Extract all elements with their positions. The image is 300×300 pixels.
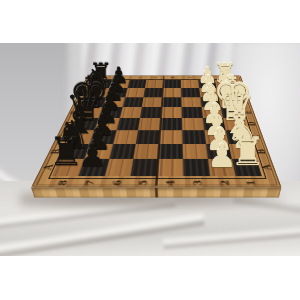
photo-area: 87654321 87654321 ABCDEFGH ABCDEFGH ♜♟♟♜… <box>0 43 300 256</box>
label-rank-5: 5 <box>151 74 159 82</box>
square-b3 <box>182 144 207 159</box>
square-f3 <box>181 97 201 107</box>
square-f2 <box>200 97 221 107</box>
square-g6 <box>125 88 145 97</box>
label-rank-6: 6 <box>134 74 143 82</box>
square-b2 <box>206 144 233 159</box>
square-d2 <box>203 118 226 130</box>
square-c5 <box>136 130 160 144</box>
square-f4 <box>162 97 182 107</box>
square-d4 <box>160 118 182 130</box>
square-g2 <box>199 88 219 97</box>
square-a2 <box>207 159 235 176</box>
square-d6 <box>116 118 140 130</box>
label-rank-3: 3 <box>185 74 193 82</box>
label-file-h: H <box>78 82 98 87</box>
label-rank-1: 1 <box>218 74 227 82</box>
square-c2 <box>204 130 229 144</box>
square-f6 <box>122 97 143 107</box>
label-file-f: F <box>68 99 90 105</box>
square-a6 <box>104 159 133 176</box>
chess-board: 87654321 87654321 ABCDEFGH ABCDEFGH <box>31 76 281 188</box>
square-f5 <box>142 97 162 107</box>
square-e2 <box>201 107 223 118</box>
square-e6 <box>120 107 143 118</box>
square-b5 <box>134 144 160 159</box>
square-a3 <box>183 159 210 176</box>
label-file-g: G <box>231 90 251 95</box>
rank-labels-back: 87654321 <box>95 76 231 79</box>
box-side-front <box>31 187 281 197</box>
square-b6 <box>109 144 136 159</box>
square-c4 <box>159 130 182 144</box>
square-g5 <box>144 88 163 97</box>
square-a4 <box>157 159 183 176</box>
square-a5 <box>131 159 158 176</box>
square-c6 <box>113 130 138 144</box>
square-d3 <box>182 118 204 130</box>
label-rank-2: 2 <box>202 74 211 82</box>
label-file-h: H <box>229 82 248 87</box>
square-e3 <box>181 107 202 118</box>
board-scene: 87654321 87654321 ABCDEFGH ABCDEFGH <box>0 43 300 256</box>
square-e5 <box>140 107 162 118</box>
square-e4 <box>161 107 182 118</box>
label-file-e: E <box>63 109 86 115</box>
label-rank-4: 4 <box>168 74 175 82</box>
label-file-g: G <box>74 90 95 95</box>
square-g3 <box>181 88 200 97</box>
product-photo: 87654321 87654321 ABCDEFGH ABCDEFGH ♜♟♟♜… <box>0 0 300 300</box>
label-file-f: F <box>234 99 255 105</box>
square-g4 <box>162 88 181 97</box>
square-b4 <box>158 144 183 159</box>
square-d5 <box>138 118 161 130</box>
label-file-e: E <box>237 109 259 115</box>
square-c3 <box>182 130 206 144</box>
